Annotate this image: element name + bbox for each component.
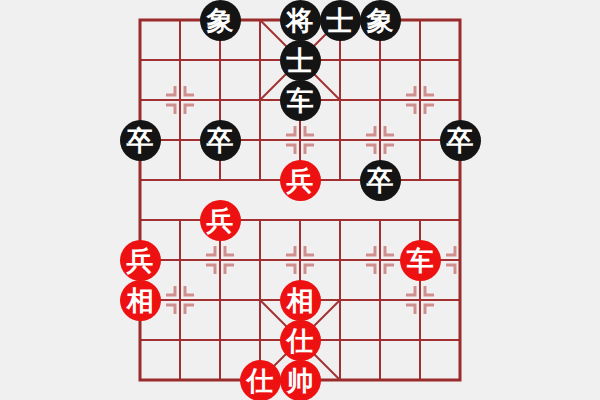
piece-red-general[interactable]: 帅 [280,360,321,400]
piece-red-elephant[interactable]: 相 [280,280,321,321]
piece-red-advisor[interactable]: 仕 [280,320,321,361]
piece-red-chariot[interactable]: 车 [400,240,441,281]
piece-black-soldier[interactable]: 卒 [120,120,161,161]
piece-black-general[interactable]: 将 [280,0,321,41]
piece-black-soldier[interactable]: 卒 [360,160,401,201]
piece-black-chariot[interactable]: 车 [280,80,321,121]
piece-black-soldier[interactable]: 卒 [200,120,241,161]
piece-black-advisor[interactable]: 士 [320,0,361,41]
piece-black-soldier[interactable]: 卒 [440,120,481,161]
piece-black-advisor[interactable]: 士 [280,40,321,81]
piece-red-soldier[interactable]: 兵 [280,160,321,201]
piece-red-advisor[interactable]: 仕 [240,360,281,400]
piece-black-elephant[interactable]: 象 [200,0,241,41]
pieces-layer: 象将士象士车卒卒卒兵卒兵兵车相相仕仕帅 [120,0,480,400]
piece-red-soldier[interactable]: 兵 [200,200,241,241]
piece-red-soldier[interactable]: 兵 [120,240,161,281]
xiangqi-board[interactable]: 象将士象士车卒卒卒兵卒兵兵车相相仕仕帅 [0,0,600,400]
piece-black-elephant[interactable]: 象 [360,0,401,41]
piece-red-elephant[interactable]: 相 [120,280,161,321]
